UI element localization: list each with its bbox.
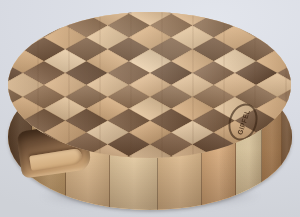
board-square: [65, 12, 107, 14]
brand-stamp-text: GIPFEL: [235, 109, 250, 136]
scene: GIPFEL: [0, 0, 300, 217]
board-top-face: GIPFEL: [8, 12, 291, 158]
board-square: [192, 12, 234, 14]
